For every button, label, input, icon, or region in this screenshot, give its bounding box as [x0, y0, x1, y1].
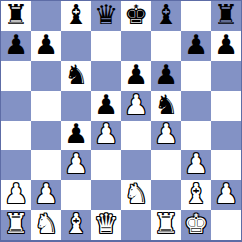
black-pawn: ♟	[154, 61, 178, 90]
white-pawn: ♟	[124, 91, 148, 120]
white-knight: ♞	[34, 210, 58, 239]
white-bishop: ♝	[184, 180, 208, 209]
square-c3[interactable]: ♟	[61, 150, 91, 180]
square-e2[interactable]: ♞	[121, 180, 151, 210]
square-g4[interactable]	[181, 121, 211, 151]
square-e8[interactable]: ♚	[121, 1, 151, 31]
white-pawn: ♟	[34, 180, 58, 209]
black-rook: ♜	[214, 1, 238, 30]
square-a4[interactable]	[1, 121, 31, 151]
square-e5[interactable]: ♟	[121, 91, 151, 121]
white-pawn: ♟	[4, 180, 28, 209]
black-pawn: ♟	[124, 61, 148, 90]
square-c8[interactable]: ♝	[61, 1, 91, 31]
square-f5[interactable]: ♞	[151, 91, 181, 121]
black-pawn: ♟	[64, 121, 88, 150]
square-g7[interactable]: ♟	[181, 31, 211, 61]
square-c2[interactable]	[61, 180, 91, 210]
chess-board: ♜♝♛♚♝♜♟♟♟♟♞♟♟♟♟♞♟♟♟♟♟♟♟♞♝♟♜♞♝♛♜♚	[0, 0, 242, 242]
black-pawn: ♟	[34, 31, 58, 60]
square-a1[interactable]: ♜	[1, 210, 31, 240]
white-pawn: ♟	[64, 150, 88, 179]
square-d2[interactable]	[91, 180, 121, 210]
square-g8[interactable]	[181, 1, 211, 31]
black-bishop: ♝	[64, 1, 88, 30]
square-c4[interactable]: ♟	[61, 121, 91, 151]
black-pawn: ♟	[214, 31, 238, 60]
black-king: ♚	[124, 1, 148, 30]
square-d7[interactable]	[91, 31, 121, 61]
square-h3[interactable]	[211, 150, 241, 180]
square-c5[interactable]	[61, 91, 91, 121]
square-a5[interactable]	[1, 91, 31, 121]
white-king: ♚	[184, 210, 208, 239]
square-e7[interactable]	[121, 31, 151, 61]
square-d4[interactable]: ♟	[91, 121, 121, 151]
square-f1[interactable]: ♜	[151, 210, 181, 240]
white-pawn: ♟	[184, 150, 208, 179]
square-c7[interactable]	[61, 31, 91, 61]
square-b6[interactable]	[31, 61, 61, 91]
square-e4[interactable]	[121, 121, 151, 151]
white-pawn: ♟	[154, 121, 178, 150]
black-knight: ♞	[154, 91, 178, 120]
square-a8[interactable]: ♜	[1, 1, 31, 31]
square-b4[interactable]	[31, 121, 61, 151]
square-g6[interactable]	[181, 61, 211, 91]
square-b8[interactable]	[31, 1, 61, 31]
square-b7[interactable]: ♟	[31, 31, 61, 61]
white-knight: ♞	[124, 180, 148, 209]
black-pawn: ♟	[94, 91, 118, 120]
square-d3[interactable]	[91, 150, 121, 180]
square-h5[interactable]	[211, 91, 241, 121]
square-g2[interactable]: ♝	[181, 180, 211, 210]
square-d1[interactable]: ♛	[91, 210, 121, 240]
square-c6[interactable]: ♞	[61, 61, 91, 91]
square-d8[interactable]: ♛	[91, 1, 121, 31]
square-h7[interactable]: ♟	[211, 31, 241, 61]
square-f3[interactable]	[151, 150, 181, 180]
black-knight: ♞	[64, 61, 88, 90]
square-h4[interactable]	[211, 121, 241, 151]
white-rook: ♜	[4, 210, 28, 239]
white-rook: ♜	[154, 210, 178, 239]
square-h2[interactable]: ♟	[211, 180, 241, 210]
square-a6[interactable]	[1, 61, 31, 91]
square-h6[interactable]	[211, 61, 241, 91]
square-g3[interactable]: ♟	[181, 150, 211, 180]
black-pawn: ♟	[4, 31, 28, 60]
white-pawn: ♟	[214, 180, 238, 209]
white-bishop: ♝	[64, 210, 88, 239]
square-f4[interactable]: ♟	[151, 121, 181, 151]
black-pawn: ♟	[184, 31, 208, 60]
square-g5[interactable]	[181, 91, 211, 121]
square-b1[interactable]: ♞	[31, 210, 61, 240]
black-rook: ♜	[4, 1, 28, 30]
square-g1[interactable]: ♚	[181, 210, 211, 240]
square-c1[interactable]: ♝	[61, 210, 91, 240]
square-a3[interactable]	[1, 150, 31, 180]
square-f2[interactable]	[151, 180, 181, 210]
square-a2[interactable]: ♟	[1, 180, 31, 210]
square-d5[interactable]: ♟	[91, 91, 121, 121]
square-f8[interactable]: ♝	[151, 1, 181, 31]
black-bishop: ♝	[154, 1, 178, 30]
square-b2[interactable]: ♟	[31, 180, 61, 210]
square-f6[interactable]: ♟	[151, 61, 181, 91]
square-b3[interactable]	[31, 150, 61, 180]
square-a7[interactable]: ♟	[1, 31, 31, 61]
square-h1[interactable]	[211, 210, 241, 240]
square-e6[interactable]: ♟	[121, 61, 151, 91]
square-f7[interactable]	[151, 31, 181, 61]
square-d6[interactable]	[91, 61, 121, 91]
square-e3[interactable]	[121, 150, 151, 180]
white-queen: ♛	[94, 210, 118, 239]
black-queen: ♛	[94, 1, 118, 30]
square-b5[interactable]	[31, 91, 61, 121]
square-h8[interactable]: ♜	[211, 1, 241, 31]
white-pawn: ♟	[94, 121, 118, 150]
square-e1[interactable]	[121, 210, 151, 240]
